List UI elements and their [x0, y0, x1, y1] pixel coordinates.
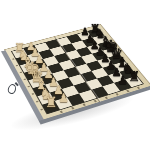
- metal-clasp: [7, 83, 18, 95]
- product-photo: ♜♟♞♟♝♟♟♚♜♟♟♛♞♟♟♝♝♟♟♞♚♟♟♜♛♟♟♝♟♞♟♜: [0, 0, 150, 150]
